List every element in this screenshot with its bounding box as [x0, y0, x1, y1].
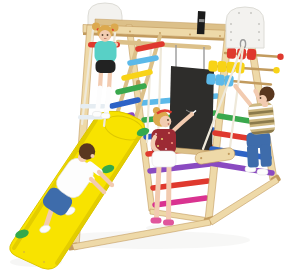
- hanging-strap: [197, 11, 206, 34]
- playset-illustration: [0, 0, 285, 270]
- arch-panel-right: [226, 7, 264, 48]
- product-photo: [0, 0, 285, 270]
- abacus-beads: [206, 47, 284, 86]
- child-boy-right: [233, 84, 275, 175]
- boy-right-jeans: [246, 131, 272, 167]
- boy-right-striped-top: [247, 102, 275, 135]
